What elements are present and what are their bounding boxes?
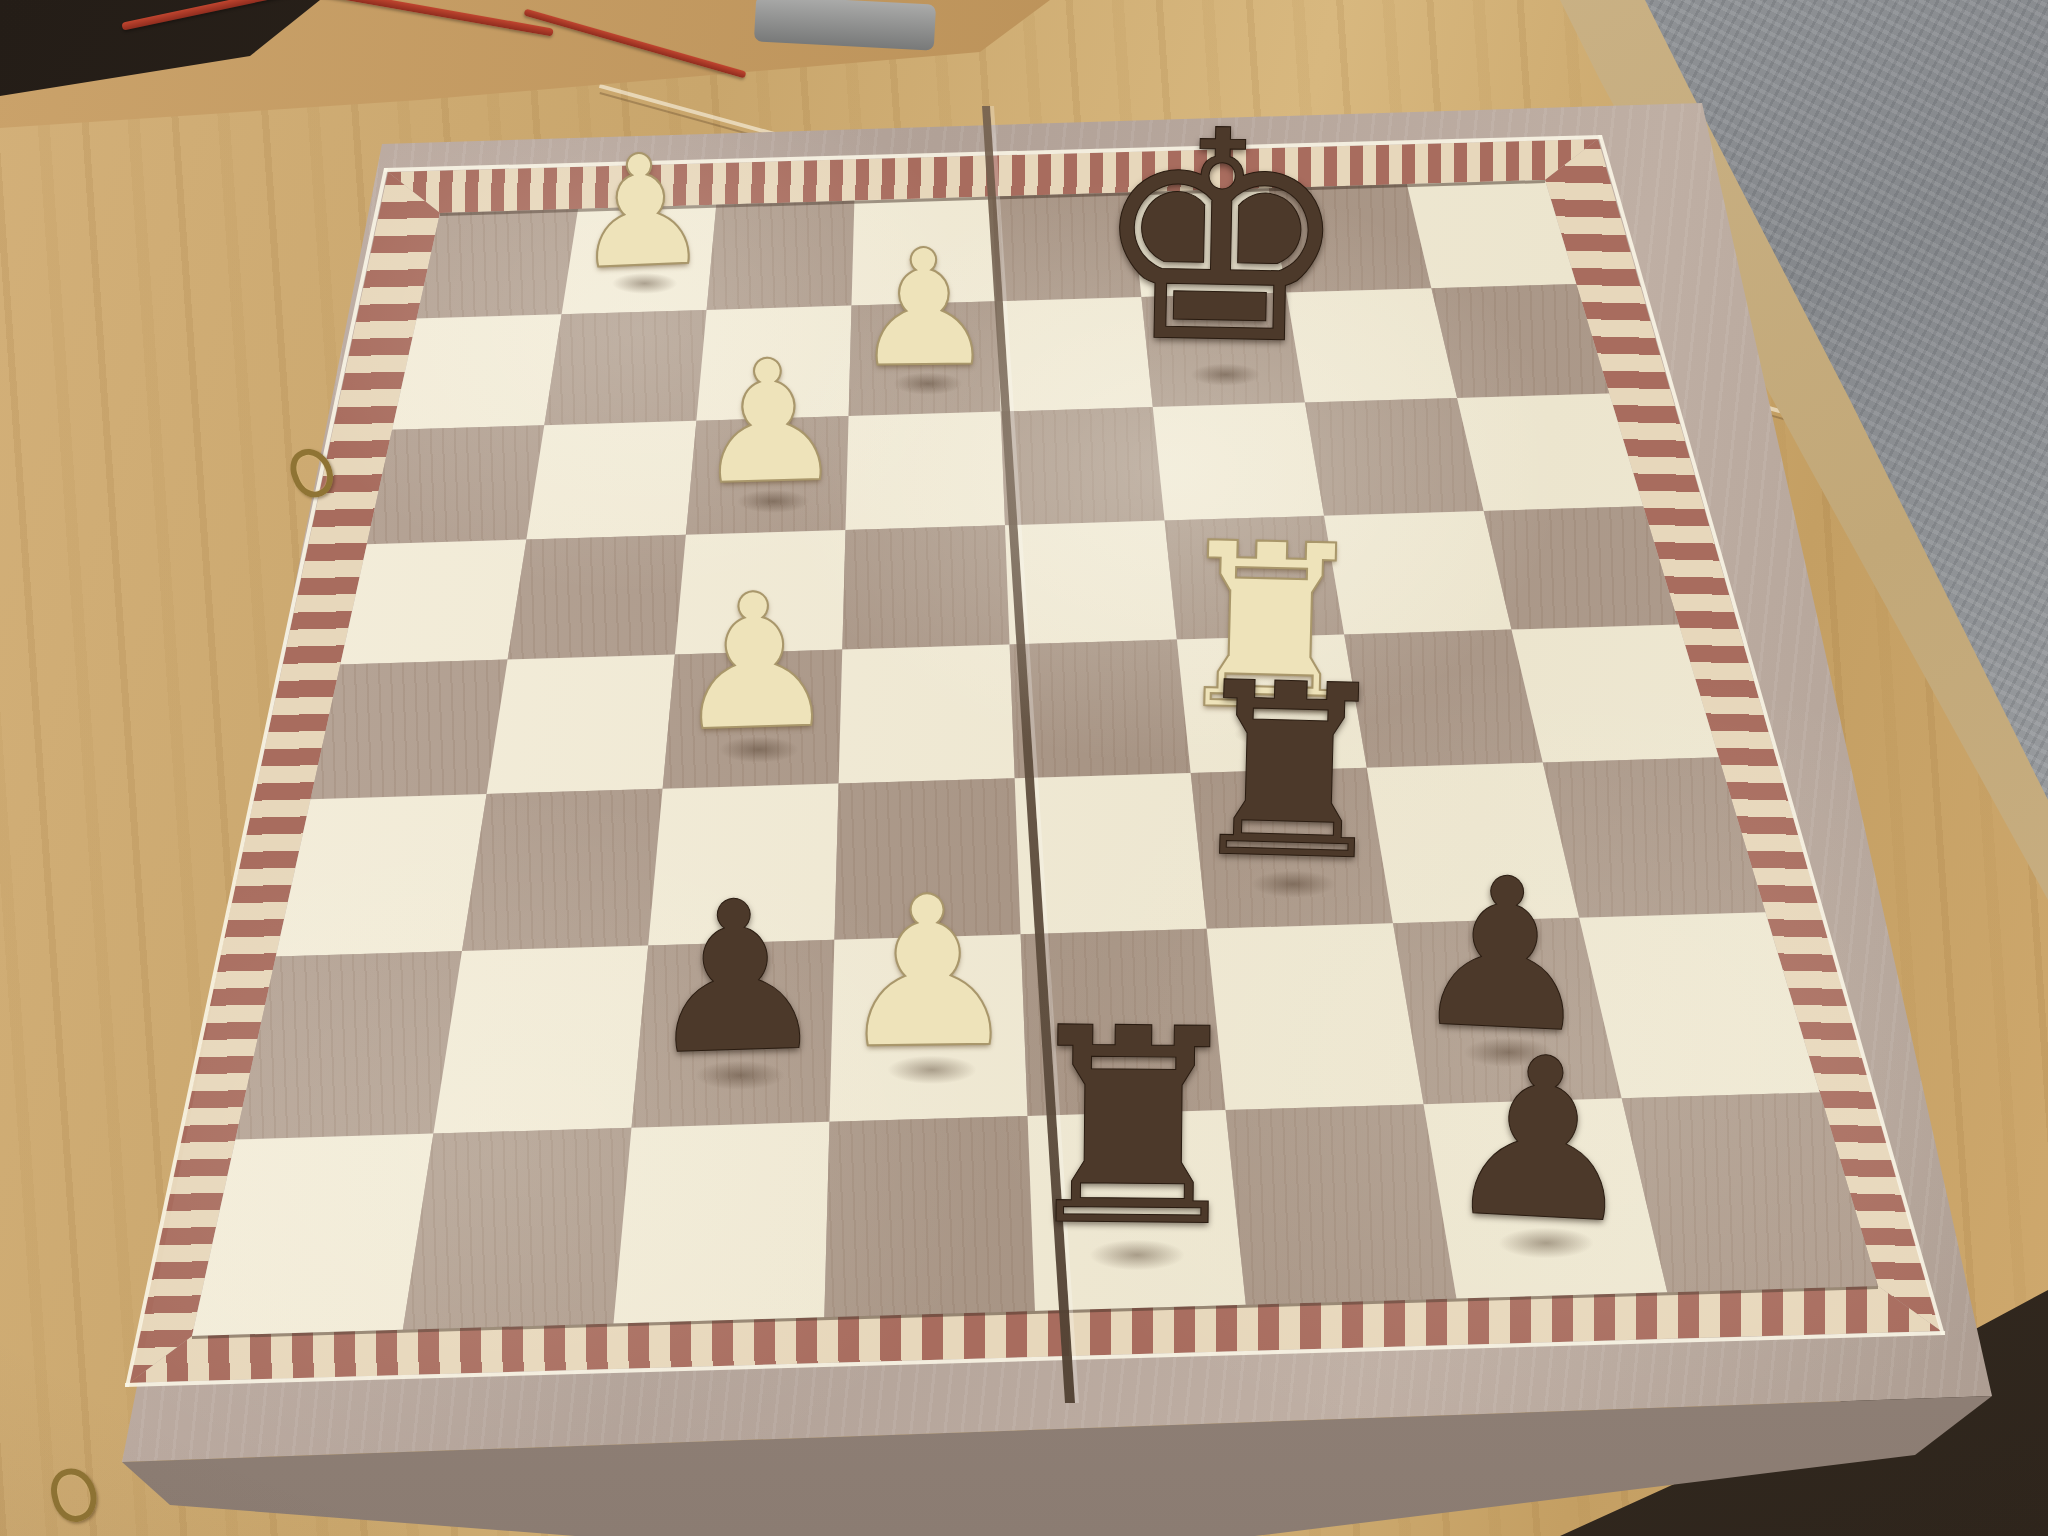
chess-board-photo: ♟♟♚♟♟♜♜♟♟♟♜♟ — [0, 0, 2048, 1536]
